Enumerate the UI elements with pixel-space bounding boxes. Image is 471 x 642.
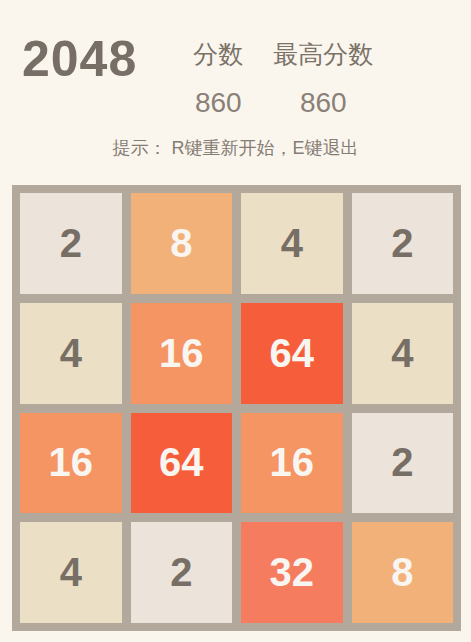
score-label: 分数 [193, 42, 243, 67]
board[interactable]: 2842416644166416242328 [12, 185, 461, 631]
tile-r1c1: 2 [20, 193, 122, 294]
score-panel: 分数 860 最高分数 860 [193, 34, 373, 117]
score-box: 分数 860 [193, 34, 243, 117]
tile-r1c3: 4 [241, 193, 343, 294]
tile-r3c4: 2 [352, 413, 454, 514]
tile-r4c3: 32 [241, 522, 343, 623]
tile-r2c1: 4 [20, 303, 122, 404]
tile-r2c3: 64 [241, 303, 343, 404]
tile-r4c4: 8 [352, 522, 454, 623]
game-title: 2048 [22, 34, 137, 84]
best-score-box: 最高分数 860 [273, 34, 373, 117]
keyboard-hint: 提示： R键重新开始，E键退出 [0, 138, 471, 160]
tile-r4c2: 2 [131, 522, 233, 623]
tile-r1c2: 8 [131, 193, 233, 294]
tile-r4c1: 4 [20, 522, 122, 623]
best-score-value: 860 [300, 89, 347, 117]
tile-r3c3: 16 [241, 413, 343, 514]
tile-r2c2: 16 [131, 303, 233, 404]
tile-r1c4: 2 [352, 193, 454, 294]
tile-r3c1: 16 [20, 413, 122, 514]
score-value: 860 [195, 89, 242, 117]
tile-r3c2: 64 [131, 413, 233, 514]
best-score-label: 最高分数 [273, 42, 373, 67]
tile-r2c4: 4 [352, 303, 454, 404]
header: 2048 分数 860 最高分数 860 [0, 0, 471, 117]
